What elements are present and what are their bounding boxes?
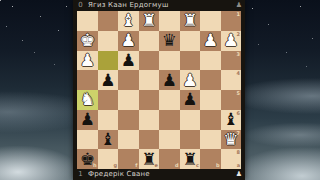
black-pawn: ♟: [162, 71, 177, 88]
white-rook: ♜: [182, 12, 197, 29]
square-g6[interactable]: [98, 110, 119, 130]
square-c6[interactable]: [180, 110, 201, 130]
rank-label-2: 2: [237, 32, 240, 37]
square-a6[interactable]: ♝6: [221, 110, 242, 130]
square-b7[interactable]: [200, 130, 221, 150]
square-b6[interactable]: [200, 110, 221, 130]
square-b5[interactable]: [200, 90, 221, 110]
square-h1[interactable]: [77, 11, 98, 31]
square-f2[interactable]: ♟: [118, 31, 139, 51]
white-pawn: ♟: [182, 71, 197, 88]
board-frame: ♝♜♜1♚♟♛♟♟2♟♟3♟♟♟4♞♟5♟♝6♝♛7♚hgf♜ed♜cb8a: [73, 11, 245, 169]
white-pawn: ♟: [80, 51, 95, 68]
square-d8[interactable]: d: [159, 149, 180, 169]
rank-label-7: 7: [237, 131, 240, 136]
square-c5[interactable]: ♟: [180, 90, 201, 110]
square-c7[interactable]: [180, 130, 201, 150]
white-bishop: ♝: [121, 12, 136, 29]
square-a5[interactable]: 5: [221, 90, 242, 110]
square-f5[interactable]: [118, 90, 139, 110]
square-h4[interactable]: [77, 70, 98, 90]
black-pawn: ♟: [100, 71, 115, 88]
file-label-g: g: [113, 163, 117, 168]
square-e2[interactable]: [139, 31, 160, 51]
black-bishop: ♝: [100, 130, 115, 147]
file-label-e: e: [155, 163, 158, 168]
square-g8[interactable]: g: [98, 149, 119, 169]
black-pawn: ♟: [182, 91, 197, 108]
square-a2[interactable]: ♟2: [221, 31, 242, 51]
rank-label-5: 5: [237, 91, 240, 96]
square-f6[interactable]: [118, 110, 139, 130]
black-pawn: ♟: [80, 111, 95, 128]
bottom-player-name: Фредерік Сване: [88, 169, 236, 180]
square-b4[interactable]: [200, 70, 221, 90]
rank-label-4: 4: [237, 71, 240, 76]
top-player-score: 0: [76, 0, 85, 11]
file-label-c: c: [196, 163, 199, 168]
white-rook: ♜: [141, 12, 156, 29]
square-e1[interactable]: ♜: [139, 11, 160, 31]
square-g7[interactable]: ♝: [98, 130, 119, 150]
square-h6[interactable]: ♟: [77, 110, 98, 130]
square-c4[interactable]: ♟: [180, 70, 201, 90]
top-player-name: Ягиз Каан Ердогмуш: [88, 0, 236, 11]
square-c1[interactable]: ♜: [180, 11, 201, 31]
black-pawn: ♟: [121, 51, 136, 68]
piece-icon: ♟: [236, 171, 242, 178]
file-label-d: d: [175, 163, 179, 168]
square-d4[interactable]: ♟: [159, 70, 180, 90]
bottom-player-score: 1: [76, 169, 85, 180]
square-b3[interactable]: [200, 51, 221, 71]
square-g3[interactable]: [98, 51, 119, 71]
white-king: ♚: [80, 32, 95, 49]
square-e8[interactable]: ♜e: [139, 149, 160, 169]
file-label-h: h: [93, 163, 97, 168]
square-d3[interactable]: [159, 51, 180, 71]
square-e4[interactable]: [139, 70, 160, 90]
square-a8[interactable]: 8a: [221, 149, 242, 169]
white-pawn: ♟: [203, 32, 218, 49]
square-f7[interactable]: [118, 130, 139, 150]
file-label-b: b: [216, 163, 220, 168]
rank-label-3: 3: [237, 52, 240, 57]
square-f3[interactable]: ♟: [118, 51, 139, 71]
square-d1[interactable]: [159, 11, 180, 31]
square-h2[interactable]: ♚: [77, 31, 98, 51]
square-g2[interactable]: [98, 31, 119, 51]
white-pawn: ♟: [121, 32, 136, 49]
square-b8[interactable]: b: [200, 149, 221, 169]
square-b2[interactable]: ♟: [200, 31, 221, 51]
square-d6[interactable]: [159, 110, 180, 130]
square-b1[interactable]: [200, 11, 221, 31]
file-label-a: a: [237, 163, 240, 168]
square-g5[interactable]: [98, 90, 119, 110]
square-f4[interactable]: [118, 70, 139, 90]
square-g4[interactable]: ♟: [98, 70, 119, 90]
piece-icon: ♟: [236, 2, 242, 9]
square-a7[interactable]: ♛7: [221, 130, 242, 150]
square-g1[interactable]: [98, 11, 119, 31]
bottom-player-bar: 1 Фредерік Сване ♟: [73, 169, 245, 180]
rank-label-6: 6: [237, 111, 240, 116]
square-a3[interactable]: 3: [221, 51, 242, 71]
square-h7[interactable]: [77, 130, 98, 150]
square-e3[interactable]: [139, 51, 160, 71]
white-knight: ♞: [80, 91, 95, 108]
square-a4[interactable]: 4: [221, 70, 242, 90]
square-e7[interactable]: [139, 130, 160, 150]
chess-game-widget: 0 Ягиз Каан Ердогмуш ♟ ♝♜♜1♚♟♛♟♟2♟♟3♟♟♟4…: [73, 0, 245, 180]
square-d7[interactable]: [159, 130, 180, 150]
square-c2[interactable]: [180, 31, 201, 51]
square-d5[interactable]: [159, 90, 180, 110]
black-queen: ♛: [162, 32, 177, 49]
square-h8[interactable]: ♚h: [77, 149, 98, 169]
rank-label-1: 1: [237, 12, 240, 17]
square-e5[interactable]: [139, 90, 160, 110]
stars-decoration: [0, 0, 1, 1]
square-a1[interactable]: 1: [221, 11, 242, 31]
file-label-f: f: [135, 163, 137, 168]
square-c3[interactable]: [180, 51, 201, 71]
top-player-bar: 0 Ягиз Каан Ердогмуш ♟: [73, 0, 245, 11]
square-d2[interactable]: ♛: [159, 31, 180, 51]
rank-label-8: 8: [237, 150, 240, 155]
chess-board: ♝♜♜1♚♟♛♟♟2♟♟3♟♟♟4♞♟5♟♝6♝♛7♚hgf♜ed♜cb8a: [77, 11, 241, 169]
square-h3[interactable]: ♟: [77, 51, 98, 71]
square-f8[interactable]: f: [118, 149, 139, 169]
square-e6[interactable]: [139, 110, 160, 130]
square-c8[interactable]: ♜c: [180, 149, 201, 169]
square-h5[interactable]: ♞: [77, 90, 98, 110]
square-f1[interactable]: ♝: [118, 11, 139, 31]
